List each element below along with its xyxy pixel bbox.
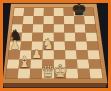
board-square[interactable] [88, 59, 101, 68]
white-king[interactable]: ♚ [52, 61, 67, 81]
board-square[interactable] [74, 24, 85, 32]
board-square[interactable] [23, 16, 34, 24]
board-square[interactable] [44, 8, 54, 16]
board-edge-face [3, 83, 108, 88]
board-square[interactable] [89, 69, 102, 79]
board-square[interactable] [13, 8, 24, 16]
board-square[interactable] [64, 33, 75, 42]
white-knight[interactable]: ♞ [42, 36, 55, 52]
board-square[interactable] [54, 24, 65, 32]
board-square[interactable] [78, 69, 91, 79]
black-king[interactable]: ♚ [71, 3, 86, 19]
board-square[interactable] [77, 59, 89, 68]
board-square[interactable] [12, 16, 23, 24]
board-square[interactable] [21, 33, 32, 42]
board-square[interactable] [54, 33, 65, 42]
board-square[interactable] [54, 41, 65, 50]
board-square[interactable] [24, 8, 35, 16]
board-square[interactable] [64, 24, 75, 32]
chessboard-3d: ♚♞♟♞♟♝♛♚ [3, 3, 108, 88]
board-square[interactable] [22, 24, 33, 32]
board-square[interactable] [75, 33, 87, 42]
board-square[interactable] [76, 41, 88, 50]
white-pawn[interactable]: ♟ [9, 38, 20, 52]
board-square[interactable] [43, 16, 53, 24]
board-square[interactable] [43, 24, 54, 32]
app-screen: ♚♞♟♞♟♝♛♚ [0, 0, 111, 91]
board-square[interactable] [54, 50, 66, 59]
board-square[interactable] [65, 50, 77, 59]
board-square[interactable] [86, 33, 98, 42]
white-bishop[interactable]: ♝ [18, 53, 31, 71]
board-square[interactable] [88, 50, 100, 59]
board-square[interactable] [65, 41, 77, 50]
board-square[interactable] [6, 69, 19, 79]
board-square[interactable] [33, 16, 44, 24]
board-square[interactable] [76, 50, 88, 59]
board-square[interactable] [33, 24, 44, 32]
board-square[interactable] [85, 24, 96, 32]
board-square[interactable] [54, 16, 64, 24]
white-pawn[interactable]: ♟ [31, 47, 42, 61]
board-square[interactable] [87, 41, 99, 50]
board-square[interactable] [34, 8, 44, 16]
board-square[interactable] [54, 8, 64, 16]
